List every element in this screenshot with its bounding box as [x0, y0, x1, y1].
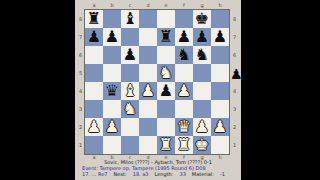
file-label-g: g	[193, 2, 211, 8]
file-label-h: h	[211, 2, 229, 8]
rank-label-6: 6	[77, 46, 84, 64]
square-a5[interactable]	[85, 64, 103, 82]
rank-label-3: 3	[77, 100, 84, 118]
square-a7[interactable]: ♟	[85, 28, 103, 46]
square-f7[interactable]: ♟	[175, 28, 193, 46]
next-label: Next:	[113, 171, 126, 177]
square-b8[interactable]	[103, 10, 121, 28]
white-knight: ♞	[159, 64, 173, 82]
square-c3[interactable]: ♞	[121, 100, 139, 118]
rank-labels-left: 87654321	[77, 10, 84, 154]
chess-board: ♜♝♚♟♟♜♟♟♟♟♞♞♞♛♝♟♟♟♞♟♟♛♟♟♜♜♚	[85, 10, 229, 154]
square-f1[interactable]: ♜	[175, 136, 193, 154]
rank-label-8: 8	[77, 10, 84, 28]
square-f8[interactable]	[175, 10, 193, 28]
file-label-a: a	[85, 2, 103, 8]
square-f5[interactable]	[175, 64, 193, 82]
square-a4[interactable]	[85, 82, 103, 100]
square-g1[interactable]: ♚	[193, 136, 211, 154]
black-pawn: ♟	[159, 82, 173, 100]
black-pawn: ♟	[177, 28, 191, 46]
square-f6[interactable]: ♞	[175, 46, 193, 64]
square-b1[interactable]	[103, 136, 121, 154]
square-h8[interactable]	[211, 10, 229, 28]
square-g3[interactable]	[193, 100, 211, 118]
status-line: 17. ... Re7 Next: 18. a3 Length: 33 Mate…	[75, 171, 241, 177]
square-h6[interactable]	[211, 46, 229, 64]
next-move: 18. a3	[133, 171, 149, 177]
black-king: ♚	[195, 10, 209, 28]
square-g2[interactable]: ♟	[193, 118, 211, 136]
black-pawn: ♟	[123, 46, 137, 64]
material-black-pawn-icon: ♟	[230, 66, 243, 82]
square-d6[interactable]	[139, 46, 157, 64]
rank-label-8: 8	[231, 10, 238, 28]
square-h4[interactable]	[211, 82, 229, 100]
white-pawn: ♟	[213, 118, 227, 136]
black-pawn: ♟	[213, 28, 227, 46]
video-frame: abcdefgh 87654321 ♜♝♚♟♟♜♟♟♟♟♞♞♞♛♝♟♟♟♞♟♟♛…	[0, 0, 320, 180]
rank-label-7: 7	[231, 28, 238, 46]
black-rook: ♜	[159, 28, 173, 46]
square-a1[interactable]	[85, 136, 103, 154]
white-pawn: ♟	[87, 118, 101, 136]
square-b3[interactable]	[103, 100, 121, 118]
square-b7[interactable]: ♟	[103, 28, 121, 46]
white-pawn: ♟	[105, 118, 119, 136]
square-h7[interactable]: ♟	[211, 28, 229, 46]
length-value: 33	[179, 171, 185, 177]
white-rook: ♜	[159, 136, 173, 154]
file-label-c: c	[121, 2, 139, 8]
square-b2[interactable]: ♟	[103, 118, 121, 136]
file-label-e: e	[157, 2, 175, 8]
black-pawn: ♟	[105, 28, 119, 46]
black-knight: ♞	[195, 46, 209, 64]
square-g4[interactable]	[193, 82, 211, 100]
rank-label-3: 3	[231, 100, 238, 118]
square-d8[interactable]	[139, 10, 157, 28]
black-bishop: ♝	[123, 10, 137, 28]
white-king: ♚	[195, 136, 209, 154]
square-c2[interactable]	[121, 118, 139, 136]
caption: Sovic, Milos (????) - Aybach, Tom (????)…	[75, 159, 241, 177]
square-h2[interactable]: ♟	[211, 118, 229, 136]
square-f2[interactable]: ♛	[175, 118, 193, 136]
square-g6[interactable]: ♞	[193, 46, 211, 64]
square-d1[interactable]	[139, 136, 157, 154]
black-rook: ♜	[87, 10, 101, 28]
length-label: Length:	[155, 171, 174, 177]
square-e7[interactable]: ♜	[157, 28, 175, 46]
rank-label-4: 4	[231, 82, 238, 100]
square-e6[interactable]	[157, 46, 175, 64]
square-c6[interactable]: ♟	[121, 46, 139, 64]
rank-label-1: 1	[77, 136, 84, 154]
material-label: Material:	[192, 171, 214, 177]
file-label-b: b	[103, 2, 121, 8]
diagram-panel: abcdefgh 87654321 ♜♝♚♟♟♜♟♟♟♟♞♞♞♛♝♟♟♟♞♟♟♛…	[75, 0, 241, 180]
black-queen: ♛	[105, 82, 119, 100]
rank-label-1: 1	[231, 136, 238, 154]
rank-label-6: 6	[231, 46, 238, 64]
square-b4[interactable]: ♛	[103, 82, 121, 100]
square-f4[interactable]: ♟	[175, 82, 193, 100]
square-c1[interactable]	[121, 136, 139, 154]
white-pawn: ♟	[177, 82, 191, 100]
file-label-f: f	[175, 2, 193, 8]
black-pawn: ♟	[87, 28, 101, 46]
rank-label-4: 4	[77, 82, 84, 100]
square-d2[interactable]	[139, 118, 157, 136]
white-pawn: ♟	[141, 82, 155, 100]
white-pawn: ♟	[195, 118, 209, 136]
white-bishop: ♝	[123, 82, 137, 100]
square-g7[interactable]: ♟	[193, 28, 211, 46]
white-rook: ♜	[177, 136, 191, 154]
rank-label-7: 7	[77, 28, 84, 46]
square-a8[interactable]: ♜	[85, 10, 103, 28]
square-c8[interactable]: ♝	[121, 10, 139, 28]
square-e3[interactable]	[157, 100, 175, 118]
file-labels-top: abcdefgh	[85, 2, 229, 8]
square-c4[interactable]: ♝	[121, 82, 139, 100]
square-h5[interactable]	[211, 64, 229, 82]
square-h1[interactable]	[211, 136, 229, 154]
square-g5[interactable]	[193, 64, 211, 82]
pillarbox-left	[0, 0, 75, 180]
last-move: 17. ... Re7	[82, 171, 107, 177]
square-d3[interactable]	[139, 100, 157, 118]
black-knight: ♞	[177, 46, 191, 64]
rank-label-5: 5	[77, 64, 84, 82]
square-e8[interactable]	[157, 10, 175, 28]
square-e2[interactable]	[157, 118, 175, 136]
square-g8[interactable]: ♚	[193, 10, 211, 28]
square-b5[interactable]	[103, 64, 121, 82]
square-c5[interactable]	[121, 64, 139, 82]
square-h3[interactable]	[211, 100, 229, 118]
square-a3[interactable]	[85, 100, 103, 118]
square-d4[interactable]: ♟	[139, 82, 157, 100]
material-value: -1	[220, 171, 225, 177]
square-a2[interactable]: ♟	[85, 118, 103, 136]
square-f3[interactable]	[175, 100, 193, 118]
rank-label-2: 2	[231, 118, 238, 136]
rank-labels-right: 87654321	[231, 10, 238, 154]
white-knight: ♞	[123, 100, 137, 118]
square-d5[interactable]	[139, 64, 157, 82]
rank-label-2: 2	[77, 118, 84, 136]
square-a6[interactable]	[85, 46, 103, 64]
square-e4[interactable]: ♟	[157, 82, 175, 100]
square-b6[interactable]	[103, 46, 121, 64]
file-label-d: d	[139, 2, 157, 8]
white-queen: ♛	[177, 118, 191, 136]
pillarbox-right	[241, 0, 320, 180]
square-d7[interactable]	[139, 28, 157, 46]
black-pawn: ♟	[195, 28, 209, 46]
square-c7[interactable]	[121, 28, 139, 46]
square-e1[interactable]: ♜	[157, 136, 175, 154]
square-e5[interactable]: ♞	[157, 64, 175, 82]
